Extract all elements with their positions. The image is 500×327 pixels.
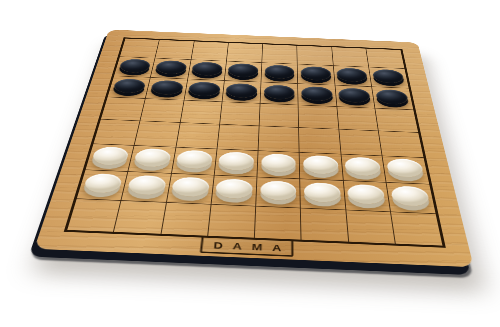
- cell-f4[interactable]: [299, 128, 341, 154]
- cell-g2[interactable]: [343, 181, 390, 212]
- white-piece[interactable]: [261, 153, 296, 172]
- black-piece[interactable]: [118, 59, 151, 73]
- white-piece[interactable]: [390, 185, 430, 206]
- black-piece[interactable]: [150, 80, 184, 95]
- cell-b5[interactable]: [141, 99, 185, 123]
- white-piece[interactable]: [176, 150, 213, 169]
- cell-c3[interactable]: [171, 147, 217, 175]
- cell-g8[interactable]: [332, 47, 369, 67]
- black-piece[interactable]: [188, 81, 221, 96]
- cell-e2[interactable]: [256, 177, 301, 208]
- white-piece[interactable]: [260, 180, 297, 201]
- black-piece[interactable]: [264, 65, 294, 79]
- black-piece[interactable]: [191, 62, 223, 76]
- cell-h6[interactable]: [372, 87, 413, 110]
- cell-c8[interactable]: [191, 41, 229, 61]
- cell-c2[interactable]: [166, 174, 214, 205]
- cell-a3[interactable]: [85, 144, 134, 172]
- cell-d3[interactable]: [214, 149, 258, 177]
- cell-e8[interactable]: [262, 44, 298, 64]
- cell-d7[interactable]: [225, 61, 263, 82]
- cell-e6[interactable]: [260, 82, 298, 105]
- white-piece[interactable]: [386, 158, 425, 178]
- cell-d1[interactable]: [208, 204, 256, 237]
- cell-g5[interactable]: [337, 107, 379, 132]
- cell-b8[interactable]: [155, 40, 194, 60]
- cell-b4[interactable]: [135, 121, 180, 147]
- cell-a5[interactable]: [101, 97, 146, 121]
- cell-g7[interactable]: [333, 66, 372, 87]
- cell-d2[interactable]: [211, 175, 257, 206]
- board-grid: [64, 37, 446, 247]
- cell-h3[interactable]: [382, 156, 429, 185]
- cell-c4[interactable]: [176, 123, 220, 149]
- cell-c6[interactable]: [184, 79, 224, 102]
- cell-b7[interactable]: [151, 58, 191, 79]
- white-piece[interactable]: [171, 177, 210, 198]
- cell-d4[interactable]: [217, 124, 259, 150]
- cell-g4[interactable]: [339, 129, 382, 155]
- black-piece[interactable]: [301, 66, 331, 80]
- cell-e7[interactable]: [261, 63, 298, 84]
- cell-f2[interactable]: [300, 179, 346, 210]
- black-piece[interactable]: [336, 68, 367, 82]
- cell-c5[interactable]: [180, 100, 222, 124]
- cell-h4[interactable]: [379, 131, 424, 157]
- black-piece[interactable]: [228, 63, 259, 77]
- cell-b1[interactable]: [114, 201, 166, 234]
- cell-g6[interactable]: [335, 85, 375, 108]
- cell-f8[interactable]: [297, 46, 333, 66]
- cell-a6[interactable]: [108, 76, 151, 98]
- dama-label-text: DAMA: [213, 241, 291, 254]
- cell-e5[interactable]: [260, 103, 300, 127]
- cell-a1[interactable]: [67, 199, 121, 232]
- cell-b2[interactable]: [122, 172, 172, 203]
- white-piece[interactable]: [347, 184, 385, 205]
- cell-f7[interactable]: [298, 64, 335, 85]
- cell-b6[interactable]: [146, 78, 188, 101]
- cell-h8[interactable]: [366, 49, 404, 69]
- cell-f5[interactable]: [299, 105, 339, 129]
- cell-f3[interactable]: [300, 152, 344, 180]
- cell-g1[interactable]: [346, 210, 396, 244]
- white-piece[interactable]: [127, 175, 167, 196]
- white-piece[interactable]: [91, 146, 130, 165]
- cell-a7[interactable]: [114, 57, 155, 78]
- black-piece[interactable]: [375, 89, 409, 105]
- white-piece[interactable]: [133, 148, 171, 167]
- black-piece[interactable]: [264, 84, 295, 99]
- dama-label-plate: DAMA: [200, 236, 294, 257]
- cell-d5[interactable]: [220, 102, 261, 126]
- cell-a8[interactable]: [120, 39, 160, 59]
- cell-g3[interactable]: [341, 154, 386, 183]
- black-piece[interactable]: [338, 88, 370, 103]
- cell-c1[interactable]: [161, 202, 211, 235]
- cell-f6[interactable]: [298, 84, 337, 107]
- black-piece[interactable]: [226, 83, 258, 98]
- cell-e1[interactable]: [255, 206, 302, 240]
- cell-d8[interactable]: [227, 43, 263, 63]
- cell-e4[interactable]: [258, 126, 299, 152]
- cell-b3[interactable]: [128, 145, 176, 173]
- cell-h5[interactable]: [375, 108, 418, 133]
- cell-e3[interactable]: [257, 151, 300, 179]
- black-piece[interactable]: [112, 78, 147, 93]
- cell-h7[interactable]: [369, 67, 409, 88]
- photo-stage: DAMA: [0, 0, 500, 327]
- black-piece[interactable]: [155, 60, 187, 74]
- dama-board: DAMA: [34, 30, 474, 268]
- black-piece[interactable]: [372, 69, 405, 84]
- white-piece[interactable]: [344, 157, 381, 176]
- white-piece[interactable]: [82, 173, 123, 194]
- cell-f1[interactable]: [301, 208, 349, 242]
- white-piece[interactable]: [303, 155, 339, 174]
- white-piece[interactable]: [304, 182, 341, 203]
- cell-a4[interactable]: [93, 119, 140, 145]
- cell-h2[interactable]: [386, 183, 435, 214]
- cell-h1[interactable]: [391, 212, 443, 246]
- cell-c7[interactable]: [188, 60, 227, 81]
- white-piece[interactable]: [216, 178, 253, 199]
- board-perspective-wrapper: DAMA: [34, 30, 474, 268]
- white-piece[interactable]: [218, 152, 254, 171]
- cell-d6[interactable]: [222, 81, 261, 104]
- cell-a2[interactable]: [77, 170, 129, 200]
- black-piece[interactable]: [301, 86, 333, 101]
